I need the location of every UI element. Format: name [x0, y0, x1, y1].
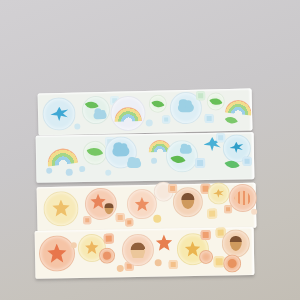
cloud-motif: [180, 146, 192, 153]
dot-motif: [71, 243, 77, 249]
dot-motif: [103, 252, 111, 260]
dot-motif: [117, 265, 124, 272]
maple-motif: [155, 234, 172, 251]
cloud-motif: [112, 146, 129, 156]
dot-motif: [154, 259, 161, 266]
dot-motif: [46, 167, 52, 173]
candy-motif: [207, 208, 217, 218]
dot-motif: [79, 166, 85, 172]
tape-strip-3-warm: [37, 183, 257, 233]
circle-motif: [199, 250, 213, 264]
cloud-motif: [127, 160, 141, 169]
candy-motif: [205, 113, 214, 122]
tape-strip-4-warm: [35, 227, 255, 279]
dot-motif: [154, 215, 162, 223]
leaf-motif: [224, 114, 237, 126]
dot-motif: [65, 168, 72, 175]
candy-motif: [200, 230, 210, 240]
dot-motif: [146, 119, 153, 126]
dot-motif: [151, 158, 157, 164]
candy-motif: [162, 116, 170, 124]
candy-motif: [125, 218, 133, 226]
dot-motif: [105, 169, 111, 175]
rainbow-motif: [225, 98, 252, 114]
candy-motif: [195, 158, 205, 168]
candy-motif: [84, 216, 92, 224]
dot-motif: [74, 123, 80, 129]
cupcake-motif: [130, 242, 145, 258]
candy-motif: [116, 213, 125, 222]
cloud-motif: [94, 111, 107, 119]
photo-washi-tape-strips: [0, 0, 300, 300]
tape-strip-2-cool: [36, 132, 255, 183]
cloud-motif: [177, 103, 193, 113]
candy-motif: [104, 233, 114, 243]
candy-motif: [196, 91, 205, 100]
candy-motif: [243, 157, 252, 166]
candy-motif: [169, 259, 178, 268]
tape-strip-1-cool: [38, 89, 253, 136]
dot-motif: [251, 208, 257, 214]
rainbow-motif: [46, 147, 78, 166]
